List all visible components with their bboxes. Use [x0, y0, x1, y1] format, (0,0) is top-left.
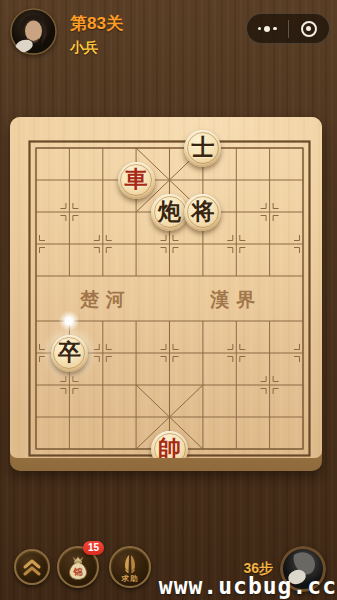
level-title: 第83关 — [70, 14, 123, 34]
capsule-home-icon — [301, 21, 317, 37]
piece-black-general[interactable]: 将 — [184, 194, 221, 231]
exit-button[interactable] — [289, 14, 330, 43]
svg-text:锦: 锦 — [72, 567, 83, 577]
piece-char: 炮 — [158, 200, 181, 223]
piece-char: 帥 — [158, 437, 181, 459]
piece-char: 車 — [125, 168, 148, 191]
piece-char: 卒 — [58, 341, 81, 364]
piece-black-cannon[interactable]: 炮 — [151, 194, 188, 231]
piece-red-chariot[interactable]: 車 — [118, 162, 155, 199]
ask-help-button[interactable]: 求助 — [109, 546, 151, 588]
hint-count-badge: 15 — [83, 541, 104, 555]
more-dots-icon — [264, 26, 270, 32]
pieces-layer: 士車炮将卒帥 — [10, 117, 322, 458]
miniprogram-capsule — [246, 13, 330, 44]
last-move-marker — [58, 310, 80, 332]
more-button[interactable] — [247, 14, 288, 43]
svg-text:求助: 求助 — [121, 574, 139, 583]
double-chevron-up-icon — [22, 559, 42, 576]
piece-red-general[interactable]: 帥 — [151, 431, 188, 459]
player-avatar — [10, 8, 57, 55]
piece-black-advisor[interactable]: 士 — [184, 130, 221, 167]
more-dots-icon — [258, 27, 262, 31]
piece-char: 将 — [191, 200, 214, 223]
app-screen: 第83关 小兵 楚河 漢界 士車炮将卒帥 — [0, 0, 337, 600]
piece-char: 士 — [191, 136, 214, 159]
board-surface: 楚河 漢界 士車炮将卒帥 — [10, 117, 322, 458]
watermark: www.ucbug.cc — [159, 573, 337, 599]
xiangqi-board[interactable]: 楚河 漢界 士車炮将卒帥 — [10, 117, 322, 471]
piece-black-soldier[interactable]: 卒 — [51, 335, 88, 372]
level-subtitle: 小兵 — [70, 39, 123, 55]
expand-toolbar-button[interactable] — [14, 549, 50, 585]
brocade-bag-icon: 锦 — [65, 553, 91, 581]
praying-hands-icon: 求助 — [117, 552, 143, 582]
more-dots-icon — [273, 27, 277, 31]
